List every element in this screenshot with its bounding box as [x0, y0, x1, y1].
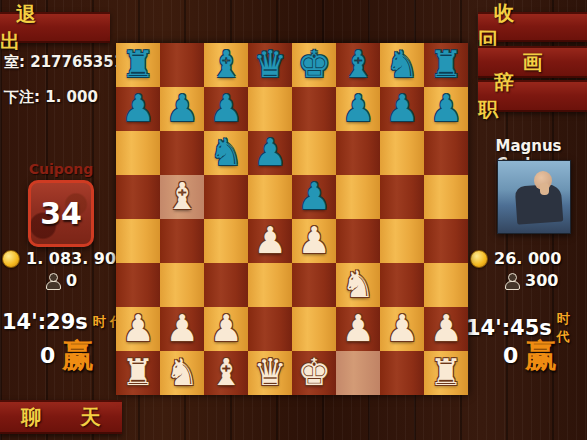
bet-amount-label: 下注: 1. 000	[4, 88, 98, 107]
clock-right-suffix: 时 代	[557, 310, 587, 346]
room-number-label: 室: 2177653511	[4, 53, 135, 72]
square-h5[interactable]	[424, 175, 468, 219]
white-bishop: ♝	[160, 175, 204, 219]
person-icon	[46, 273, 60, 289]
square-a3[interactable]	[116, 263, 160, 307]
square-b2[interactable]: ♟	[160, 307, 204, 351]
square-d8[interactable]: ♛	[248, 43, 292, 87]
square-f5[interactable]	[336, 175, 380, 219]
square-a1[interactable]: ♜	[116, 351, 160, 395]
viewers-left: 0	[66, 271, 77, 290]
square-f6[interactable]	[336, 131, 380, 175]
square-f3[interactable]: ♞	[336, 263, 380, 307]
square-f8[interactable]: ♝	[336, 43, 380, 87]
wins-right: 0	[503, 343, 518, 368]
square-b6[interactable]	[160, 131, 204, 175]
square-a8[interactable]: ♜	[116, 43, 160, 87]
square-f7[interactable]: ♟	[336, 87, 380, 131]
white-pawn: ♟	[160, 307, 204, 351]
chat-button[interactable]: 聊 天	[0, 400, 122, 434]
square-a4[interactable]	[116, 219, 160, 263]
black-pawn: ♟	[204, 87, 248, 131]
clock-left: 14':29s	[2, 310, 88, 334]
square-g7[interactable]: ♟	[380, 87, 424, 131]
square-e2[interactable]	[292, 307, 336, 351]
square-d3[interactable]	[248, 263, 292, 307]
viewers-right: 300	[525, 271, 558, 290]
square-b1[interactable]: ♞	[160, 351, 204, 395]
white-pawn: ♟	[116, 307, 160, 351]
black-pawn: ♟	[424, 87, 468, 131]
square-d6[interactable]: ♟	[248, 131, 292, 175]
square-d1[interactable]: ♛	[248, 351, 292, 395]
square-c5[interactable]	[204, 175, 248, 219]
square-b3[interactable]	[160, 263, 204, 307]
square-d5[interactable]	[248, 175, 292, 219]
square-f2[interactable]: ♟	[336, 307, 380, 351]
square-c2[interactable]: ♟	[204, 307, 248, 351]
square-g1[interactable]	[380, 351, 424, 395]
square-h8[interactable]: ♜	[424, 43, 468, 87]
square-c1[interactable]: ♝	[204, 351, 248, 395]
square-e3[interactable]	[292, 263, 336, 307]
square-e8[interactable]: ♚	[292, 43, 336, 87]
square-d4[interactable]: ♟	[248, 219, 292, 263]
black-bishop: ♝	[204, 43, 248, 87]
black-rook: ♜	[424, 43, 468, 87]
square-h3[interactable]	[424, 263, 468, 307]
wins-left-char: 赢	[62, 340, 94, 370]
coins-right: 26. 000	[494, 249, 561, 268]
square-g6[interactable]	[380, 131, 424, 175]
white-rook: ♜	[424, 351, 468, 395]
square-h2[interactable]: ♟	[424, 307, 468, 351]
square-g4[interactable]	[380, 219, 424, 263]
square-e4[interactable]: ♟	[292, 219, 336, 263]
square-e6[interactable]	[292, 131, 336, 175]
black-rook: ♜	[116, 43, 160, 87]
square-b8[interactable]	[160, 43, 204, 87]
black-pawn: ♟	[160, 87, 204, 131]
white-king: ♚	[292, 351, 336, 395]
wins-left: 0	[40, 343, 55, 368]
square-e5[interactable]: ♟	[292, 175, 336, 219]
square-e1[interactable]: ♚	[292, 351, 336, 395]
square-a6[interactable]	[116, 131, 160, 175]
square-b7[interactable]: ♟	[160, 87, 204, 131]
chess-board: ♜♝♛♚♝♞♜♟♟♟♟♟♟♞♟♝♟♟♟♞♟♟♟♟♟♟♜♞♝♛♚♜	[116, 43, 468, 395]
white-pawn: ♟	[248, 219, 292, 263]
square-f4[interactable]	[336, 219, 380, 263]
avatar-chessboard	[498, 217, 571, 233]
white-pawn: ♟	[292, 219, 336, 263]
takeback-button[interactable]: 收 回	[478, 12, 587, 42]
white-pawn: ♟	[424, 307, 468, 351]
white-bishop: ♝	[204, 351, 248, 395]
square-g2[interactable]: ♟	[380, 307, 424, 351]
avatar-hand	[540, 183, 549, 195]
white-pawn: ♟	[380, 307, 424, 351]
black-pawn: ♟	[380, 87, 424, 131]
white-pawn: ♟	[204, 307, 248, 351]
square-g3[interactable]	[380, 263, 424, 307]
coin-icon	[2, 250, 20, 268]
resign-button[interactable]: 辞 职	[478, 80, 587, 112]
square-c6[interactable]: ♞	[204, 131, 248, 175]
square-b4[interactable]	[160, 219, 204, 263]
black-king: ♚	[292, 43, 336, 87]
square-h4[interactable]	[424, 219, 468, 263]
black-pawn: ♟	[292, 175, 336, 219]
square-h1[interactable]: ♜	[424, 351, 468, 395]
square-a2[interactable]: ♟	[116, 307, 160, 351]
white-rook: ♜	[116, 351, 160, 395]
avatar-left[interactable]: 34	[28, 180, 94, 247]
square-c7[interactable]: ♟	[204, 87, 248, 131]
square-c3[interactable]	[204, 263, 248, 307]
black-knight: ♞	[204, 131, 248, 175]
white-queen: ♛	[248, 351, 292, 395]
avatar-right[interactable]	[497, 160, 571, 234]
square-b5[interactable]: ♝	[160, 175, 204, 219]
exit-button[interactable]: 退 出	[0, 12, 110, 43]
player-name-left: Cuipong	[18, 161, 104, 177]
black-pawn: ♟	[248, 131, 292, 175]
square-f1[interactable]	[336, 351, 380, 395]
square-e7[interactable]	[292, 87, 336, 131]
coin-icon	[470, 250, 488, 268]
square-c4[interactable]	[204, 219, 248, 263]
coins-left: 1. 083. 900	[26, 249, 127, 268]
move-timer: 34	[40, 196, 82, 231]
white-knight: ♞	[336, 263, 380, 307]
person-icon	[505, 273, 519, 289]
square-g5[interactable]	[380, 175, 424, 219]
square-a5[interactable]	[116, 175, 160, 219]
square-a7[interactable]: ♟	[116, 87, 160, 131]
square-c8[interactable]: ♝	[204, 43, 248, 87]
white-knight: ♞	[160, 351, 204, 395]
wins-right-char: 赢	[525, 340, 557, 370]
black-pawn: ♟	[116, 87, 160, 131]
black-knight: ♞	[380, 43, 424, 87]
white-pawn: ♟	[336, 307, 380, 351]
black-pawn: ♟	[336, 87, 380, 131]
black-bishop: ♝	[336, 43, 380, 87]
black-queen: ♛	[248, 43, 292, 87]
square-g8[interactable]: ♞	[380, 43, 424, 87]
square-d2[interactable]	[248, 307, 292, 351]
square-d7[interactable]	[248, 87, 292, 131]
square-h7[interactable]: ♟	[424, 87, 468, 131]
square-h6[interactable]	[424, 131, 468, 175]
